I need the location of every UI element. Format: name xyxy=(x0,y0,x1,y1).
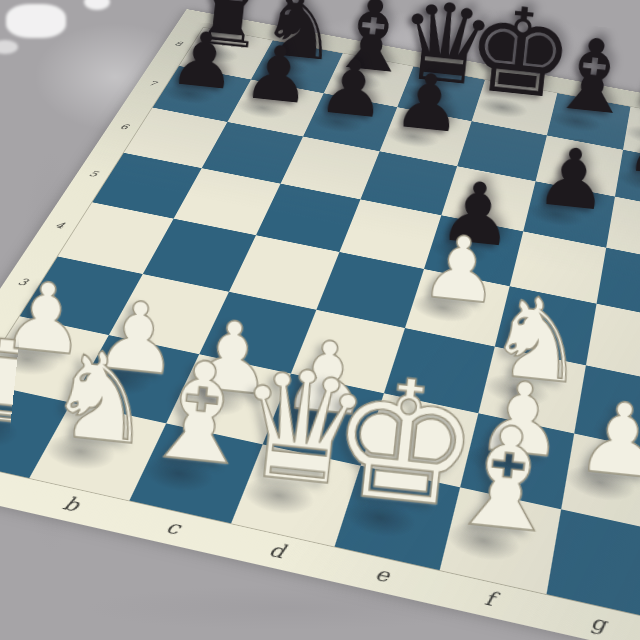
paper-scrap xyxy=(0,40,18,54)
white-rook-icon: ♜ xyxy=(569,463,640,611)
file-label-d: d xyxy=(250,534,304,566)
file-label-f: f xyxy=(463,582,516,615)
rank-label-4: 4 xyxy=(48,219,72,232)
file-label-c: c xyxy=(146,511,201,542)
file-label-e: e xyxy=(356,558,409,590)
paper-scrap xyxy=(84,0,110,10)
file-label-b: b xyxy=(44,489,99,519)
rank-label-5: 5 xyxy=(82,168,105,180)
paper-scrap xyxy=(6,4,66,38)
file-label-g: g xyxy=(572,606,624,640)
rank-label-6: 6 xyxy=(114,121,136,132)
chess-board: abcdefgh 12345678 of Chess ♜♞♝♛♚♝♞♜♟♟♟♟♟… xyxy=(0,9,640,640)
photo-scene: abcdefgh 12345678 of Chess ♜♞♝♛♚♝♞♜♟♟♟♟♟… xyxy=(0,0,640,640)
